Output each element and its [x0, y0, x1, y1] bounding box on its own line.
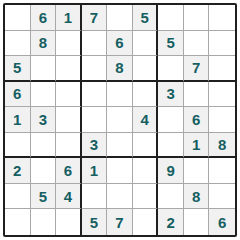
- cell-r2c2: 8: [31, 31, 57, 57]
- cell-r6c6[interactable]: [133, 133, 159, 159]
- cell-r8c8: 8: [184, 184, 210, 210]
- cell-r4c1: 6: [5, 82, 31, 108]
- cell-r7c9[interactable]: [209, 158, 235, 184]
- cell-r5c7[interactable]: [158, 107, 184, 133]
- cell-r5c3[interactable]: [56, 107, 82, 133]
- cell-r6c1[interactable]: [5, 133, 31, 159]
- cell-r8c3: 4: [56, 184, 82, 210]
- cell-r4c7: 3: [158, 82, 184, 108]
- cell-r7c7: 9: [158, 158, 184, 184]
- cell-r2c8[interactable]: [184, 31, 210, 57]
- cell-r9c9: 6: [209, 209, 235, 235]
- cell-r1c7[interactable]: [158, 5, 184, 31]
- cell-r2c4[interactable]: [82, 31, 108, 57]
- cell-r6c2[interactable]: [31, 133, 57, 159]
- cell-r5c1: 1: [5, 107, 31, 133]
- cell-r6c5[interactable]: [107, 133, 133, 159]
- cell-r5c4[interactable]: [82, 107, 108, 133]
- cell-r2c9[interactable]: [209, 31, 235, 57]
- cell-r9c2[interactable]: [31, 209, 57, 235]
- cell-r5c2: 3: [31, 107, 57, 133]
- cell-r6c4: 3: [82, 133, 108, 159]
- cell-r8c7[interactable]: [158, 184, 184, 210]
- cell-r4c4[interactable]: [82, 82, 108, 108]
- cell-r5c6: 4: [133, 107, 159, 133]
- cell-r4c2[interactable]: [31, 82, 57, 108]
- cell-r9c8[interactable]: [184, 209, 210, 235]
- cell-r7c2[interactable]: [31, 158, 57, 184]
- cell-r9c1[interactable]: [5, 209, 31, 235]
- cell-r6c9: 8: [209, 133, 235, 159]
- cell-r1c2: 6: [31, 5, 57, 31]
- cell-r3c3[interactable]: [56, 56, 82, 82]
- cell-r1c8[interactable]: [184, 5, 210, 31]
- cell-r7c4: 1: [82, 158, 108, 184]
- cell-r3c2[interactable]: [31, 56, 57, 82]
- cell-r1c4: 7: [82, 5, 108, 31]
- cell-r7c6[interactable]: [133, 158, 159, 184]
- cell-r2c6[interactable]: [133, 31, 159, 57]
- cell-r8c9[interactable]: [209, 184, 235, 210]
- cell-r3c9[interactable]: [209, 56, 235, 82]
- cell-r4c9[interactable]: [209, 82, 235, 108]
- cell-r5c9[interactable]: [209, 107, 235, 133]
- cell-r6c8: 1: [184, 133, 210, 159]
- cell-r1c1[interactable]: [5, 5, 31, 31]
- cell-r9c6[interactable]: [133, 209, 159, 235]
- cell-r7c1: 2: [5, 158, 31, 184]
- cell-r4c3[interactable]: [56, 82, 82, 108]
- cell-r8c5[interactable]: [107, 184, 133, 210]
- cell-r4c6[interactable]: [133, 82, 159, 108]
- cell-r8c2: 5: [31, 184, 57, 210]
- cell-r3c4[interactable]: [82, 56, 108, 82]
- sudoku-board: 617586558763134631826195485726: [3, 3, 237, 237]
- cell-r9c3[interactable]: [56, 209, 82, 235]
- cell-r8c1[interactable]: [5, 184, 31, 210]
- cell-r3c5: 8: [107, 56, 133, 82]
- cell-r1c6: 5: [133, 5, 159, 31]
- cell-r2c3[interactable]: [56, 31, 82, 57]
- cell-r1c3: 1: [56, 5, 82, 31]
- cell-r2c1[interactable]: [5, 31, 31, 57]
- cell-r1c5[interactable]: [107, 5, 133, 31]
- cell-r4c5[interactable]: [107, 82, 133, 108]
- cell-r6c3[interactable]: [56, 133, 82, 159]
- cell-r7c8[interactable]: [184, 158, 210, 184]
- cell-r3c6[interactable]: [133, 56, 159, 82]
- cell-r9c4: 5: [82, 209, 108, 235]
- cell-r2c5: 6: [107, 31, 133, 57]
- cell-r8c6[interactable]: [133, 184, 159, 210]
- cell-r5c5[interactable]: [107, 107, 133, 133]
- cell-r5c8: 6: [184, 107, 210, 133]
- cell-r3c7[interactable]: [158, 56, 184, 82]
- cell-r3c1: 5: [5, 56, 31, 82]
- cell-r4c8[interactable]: [184, 82, 210, 108]
- cell-r7c5[interactable]: [107, 158, 133, 184]
- cell-r3c8: 7: [184, 56, 210, 82]
- cell-r9c7: 2: [158, 209, 184, 235]
- cell-r8c4[interactable]: [82, 184, 108, 210]
- cell-r6c7[interactable]: [158, 133, 184, 159]
- cell-r7c3: 6: [56, 158, 82, 184]
- cell-r9c5: 7: [107, 209, 133, 235]
- cell-r1c9[interactable]: [209, 5, 235, 31]
- cell-r2c7: 5: [158, 31, 184, 57]
